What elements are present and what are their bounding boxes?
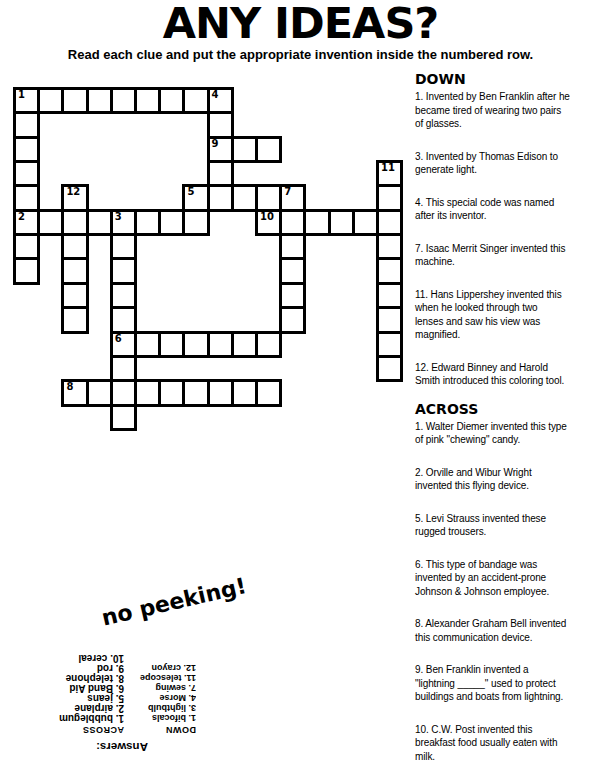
page-subtitle: Read each clue and put the appropriate i… [0,47,601,62]
crossword-cell[interactable] [279,257,306,284]
answer-down-item: 11. telescope [140,673,196,683]
crossword-cell[interactable] [207,111,234,138]
answer-key-upside-down: Answers: DOWN 1. bifocals3. lightbulb4. … [46,638,198,756]
crossword-grid: 149111257231068 [13,87,403,430]
answers-down-list: 1. bifocals3. lightbulb4. Morse7. sewing… [140,663,196,723]
crossword-cell[interactable] [376,331,403,358]
crossword-cell[interactable] [134,379,161,406]
across-clue: 9. Ben Franklin invented a "lightning __… [415,663,601,704]
down-clue: 4. This special code was named after its… [415,196,601,223]
crossword-cell[interactable] [231,331,258,358]
answer-across-item: 2. airplane [46,703,124,713]
answers-across-header: ACROSS [46,725,124,735]
crossword-cell[interactable] [110,404,137,431]
crossword-cell[interactable] [255,331,282,358]
crossword-cell[interactable] [110,87,137,114]
down-clue: 1. Invented by Ben Franklin after he bec… [415,90,601,131]
crossword-cell[interactable] [376,233,403,260]
crossword-cell[interactable] [158,331,185,358]
crossword-cell[interactable] [182,209,209,236]
crossword-cell[interactable] [134,87,161,114]
cell-number: 6 [115,333,122,345]
answer-across-item: 5. jeans [46,693,124,703]
crossword-cell[interactable] [279,306,306,333]
crossword-cell[interactable]: 2 [13,209,40,236]
across-clue: 1. Walter Diemer invented this type of p… [415,420,601,447]
crossword-cell[interactable] [134,331,161,358]
cell-number: 7 [284,186,291,198]
crossword-cell[interactable] [61,306,88,333]
crossword-cell[interactable] [61,87,88,114]
cell-number: 12 [66,186,80,198]
cell-number: 5 [187,186,194,198]
crossword-cell[interactable] [376,282,403,309]
crossword-cell[interactable] [110,306,137,333]
crossword-cell[interactable] [86,87,113,114]
crossword-cell[interactable] [182,331,209,358]
answers-heading: Answers: [46,741,198,753]
crossword-cell[interactable] [37,87,64,114]
crossword-cell[interactable] [13,111,40,138]
answer-down-item: 4. Morse [140,693,196,703]
cell-number: 2 [18,211,25,223]
cell-number: 3 [115,211,122,223]
crossword-cell[interactable] [158,379,185,406]
across-clue: 8. Alexander Graham Bell invented this c… [415,617,601,644]
crossword-cell[interactable] [61,233,88,260]
across-clues-heading: ACROSS [415,401,601,417]
crossword-cell[interactable] [207,379,234,406]
crossword-cell[interactable] [182,87,209,114]
answer-down-item: 12. crayon [140,663,196,673]
crossword-cell[interactable] [376,184,403,211]
crossword-cell[interactable] [86,209,113,236]
crossword-cell[interactable] [376,306,403,333]
crossword-cell[interactable] [13,233,40,260]
crossword-cell[interactable] [303,209,330,236]
crossword-cell[interactable] [110,233,137,260]
crossword-cell[interactable] [376,257,403,284]
crossword-cell[interactable] [207,331,234,358]
answers-down-header: DOWN [140,725,196,735]
down-clue: 12. Edward Binney and Harold Smith intro… [415,361,601,388]
crossword-cell[interactable] [207,160,234,187]
crossword-cell[interactable] [207,184,234,211]
crossword-cell[interactable]: 9 [207,136,234,163]
crossword-cell[interactable] [110,379,137,406]
crossword-cell[interactable] [13,257,40,284]
crossword-cell[interactable] [134,209,161,236]
answer-down-item: 1. bifocals [140,713,196,723]
down-clue: 11. Hans Lippershey invented this when h… [415,288,601,342]
cell-number: 1 [18,89,25,101]
cell-number: 4 [212,89,219,101]
cell-number: 10 [260,211,274,223]
crossword-cell[interactable]: 12 [61,184,88,211]
crossword-cell[interactable]: 10 [255,209,282,236]
answer-across-item: 10. cereal [46,653,124,663]
crossword-cell[interactable]: 1 [13,87,40,114]
crossword-cell[interactable] [231,184,258,211]
crossword-cell[interactable] [255,136,282,163]
across-clue: 6. This type of bandage was invented by … [415,558,601,599]
clues-panel: DOWN 1. Invented by Ben Franklin after h… [415,71,601,762]
across-clue: 5. Levi Strauss invented these rugged tr… [415,512,601,539]
down-clues-list: 1. Invented by Ben Franklin after he bec… [415,90,601,388]
crossword-cell[interactable]: 6 [110,331,137,358]
crossword-cell[interactable] [158,87,185,114]
crossword-cell[interactable] [110,257,137,284]
answer-across-item: 1. bubblegum [46,713,124,723]
crossword-cell[interactable]: 11 [376,160,403,187]
answer-across-item: 9. rod [46,663,124,673]
across-clues-list: 1. Walter Diemer invented this type of p… [415,420,601,762]
across-clue: 2. Orville and Wibur Wright invented thi… [415,466,601,493]
answer-across-item: 8. telephone [46,673,124,683]
down-clue: 7. Isaac Merrit Singer invented this mac… [415,242,601,269]
crossword-cell[interactable] [61,209,88,236]
crossword-cell[interactable] [352,209,379,236]
crossword-cell[interactable] [376,355,403,382]
crossword-cell[interactable] [279,233,306,260]
crossword-cell[interactable] [158,209,185,236]
page-title: ANY IDEAS? [0,0,601,46]
crossword-cell[interactable] [86,379,113,406]
crossword-cell[interactable] [37,209,64,236]
crossword-cell[interactable] [231,379,258,406]
crossword-cell[interactable] [279,282,306,309]
crossword-cell[interactable] [376,209,403,236]
down-clues-heading: DOWN [415,71,601,87]
cell-number: 8 [66,381,73,393]
down-clue: 3. Invented by Thomas Edison to generate… [415,150,601,177]
crossword-cell[interactable] [61,257,88,284]
crossword-cell[interactable] [231,136,258,163]
crossword-cell[interactable] [110,282,137,309]
crossword-cell[interactable] [255,379,282,406]
crossword-cell[interactable] [328,209,355,236]
answer-down-item: 3. lightbulb [140,703,196,713]
crossword-cell[interactable] [182,379,209,406]
crossword-cell[interactable]: 8 [61,379,88,406]
answers-across-list: 1. bubblegum2. airplane5. jeans6. Band A… [46,653,124,723]
crossword-cell[interactable]: 3 [110,209,137,236]
cell-number: 9 [212,138,219,150]
crossword-cell[interactable]: 4 [207,87,234,114]
crossword-cell[interactable] [13,160,40,187]
crossword-cell[interactable]: 5 [182,184,209,211]
answer-across-item: 6. Band Aid [46,683,124,693]
crossword-cell[interactable] [255,184,282,211]
crossword-cell[interactable] [61,282,88,309]
answer-down-item: 7. sewing [140,683,196,693]
crossword-cell[interactable] [13,184,40,211]
answers-down-column: DOWN 1. bifocals3. lightbulb4. Morse7. s… [140,653,196,735]
answers-across-column: ACROSS 1. bubblegum2. airplane5. jeans6.… [46,653,124,735]
crossword-cell[interactable] [110,355,137,382]
across-clue: 10. C.W. Post invented this breakfast fo… [415,723,601,762]
crossword-cell[interactable] [279,209,306,236]
cell-number: 11 [381,162,395,174]
crossword-cell[interactable]: 7 [279,184,306,211]
no-peeking-note: no peeking! [99,573,248,631]
crossword-cell[interactable] [13,136,40,163]
